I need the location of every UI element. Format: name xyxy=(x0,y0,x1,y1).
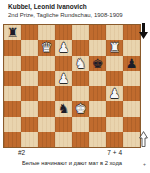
square-e5[interactable] xyxy=(72,71,89,86)
square-c1[interactable] xyxy=(38,132,55,147)
square-d6[interactable] xyxy=(55,56,72,71)
chess-board[interactable]: ♜♛♟♜♞♚♟♟♟♞♚ xyxy=(3,24,141,148)
square-e1[interactable] xyxy=(72,132,89,147)
square-g2[interactable] xyxy=(106,117,123,132)
material-count: 7 + 4 xyxy=(107,149,122,156)
square-g1[interactable] xyxy=(106,132,123,147)
square-c6[interactable] xyxy=(38,56,55,71)
square-g4[interactable]: ♟ xyxy=(106,86,123,101)
square-f4[interactable] xyxy=(89,86,106,101)
square-c7[interactable]: ♛ xyxy=(38,40,55,55)
square-a4[interactable] xyxy=(4,86,21,101)
square-d1[interactable] xyxy=(55,132,72,147)
white-rook: ♜ xyxy=(109,41,121,54)
square-g6[interactable] xyxy=(106,56,123,71)
square-c8[interactable] xyxy=(38,25,55,40)
black-knight: ♞ xyxy=(58,102,70,115)
square-a5[interactable] xyxy=(4,71,21,86)
square-g3[interactable] xyxy=(106,101,123,116)
square-b5[interactable] xyxy=(21,71,38,86)
square-e3[interactable]: ♚ xyxy=(72,101,89,116)
square-b4[interactable] xyxy=(21,86,38,101)
white-king: ♚ xyxy=(75,102,87,115)
square-h2[interactable] xyxy=(123,117,140,132)
diagram-header: Kubbel, Leonid Ivanovich 2nd Prize, Tagl… xyxy=(8,2,148,19)
square-h8[interactable] xyxy=(123,25,140,40)
square-h3[interactable] xyxy=(123,101,140,116)
square-b7[interactable] xyxy=(21,40,38,55)
square-f8[interactable] xyxy=(89,25,106,40)
black-down-arrow-icon[interactable] xyxy=(139,23,148,39)
square-b8[interactable] xyxy=(21,25,38,40)
square-e2[interactable] xyxy=(72,117,89,132)
caption-text: Белые начинают и дают мат в 2 хода xyxy=(0,160,144,166)
square-d2[interactable] xyxy=(55,117,72,132)
square-d8[interactable] xyxy=(55,25,72,40)
square-f2[interactable] xyxy=(89,117,106,132)
square-d3[interactable]: ♞ xyxy=(55,101,72,116)
black-pawn: ♟ xyxy=(126,57,138,70)
square-g7[interactable]: ♜ xyxy=(106,40,123,55)
square-h6[interactable]: ♟ xyxy=(123,56,140,71)
composer-name: Kubbel, Leonid Ivanovich xyxy=(8,2,148,11)
square-a2[interactable] xyxy=(4,117,21,132)
square-b6[interactable] xyxy=(21,56,38,71)
white-knight: ♞ xyxy=(75,57,87,70)
square-c5[interactable] xyxy=(38,71,55,86)
square-a6[interactable] xyxy=(4,56,21,71)
square-f5[interactable] xyxy=(89,71,106,86)
square-g5[interactable] xyxy=(106,71,123,86)
footnote-mark: + xyxy=(143,161,146,167)
white-pawn: ♟ xyxy=(58,41,70,54)
white-up-arrow-icon[interactable] xyxy=(139,131,148,147)
square-f6[interactable]: ♚ xyxy=(89,56,106,71)
square-e6[interactable]: ♞ xyxy=(72,56,89,71)
square-h4[interactable] xyxy=(123,86,140,101)
square-f1[interactable] xyxy=(89,132,106,147)
square-a7[interactable] xyxy=(4,40,21,55)
black-king: ♚ xyxy=(92,57,104,70)
square-c2[interactable] xyxy=(38,117,55,132)
square-b2[interactable] xyxy=(21,117,38,132)
square-f3[interactable] xyxy=(89,101,106,116)
square-d4[interactable] xyxy=(55,86,72,101)
square-e8[interactable] xyxy=(72,25,89,40)
square-h7[interactable] xyxy=(123,40,140,55)
source-line: 2nd Prize, Tagliche Rundschau, 1908-1909 xyxy=(8,11,148,19)
square-e4[interactable] xyxy=(72,86,89,101)
square-b3[interactable] xyxy=(21,101,38,116)
square-h5[interactable] xyxy=(123,71,140,86)
square-a8[interactable]: ♜ xyxy=(4,25,21,40)
stipulation-label: #2 xyxy=(18,149,25,156)
square-a1[interactable] xyxy=(4,132,21,147)
white-pawn: ♟ xyxy=(109,87,121,100)
square-h1[interactable] xyxy=(123,132,140,147)
square-d7[interactable]: ♟ xyxy=(55,40,72,55)
stipulation-row: #2 7 + 4 xyxy=(3,149,139,156)
square-a3[interactable] xyxy=(4,101,21,116)
square-c3[interactable] xyxy=(38,101,55,116)
square-b1[interactable] xyxy=(21,132,38,147)
white-pawn: ♟ xyxy=(58,72,70,85)
square-g8[interactable] xyxy=(106,25,123,40)
square-f7[interactable] xyxy=(89,40,106,55)
square-c4[interactable] xyxy=(38,86,55,101)
white-queen: ♛ xyxy=(41,41,53,54)
square-d5[interactable]: ♟ xyxy=(55,71,72,86)
square-e7[interactable] xyxy=(72,40,89,55)
black-rook: ♜ xyxy=(7,26,19,39)
